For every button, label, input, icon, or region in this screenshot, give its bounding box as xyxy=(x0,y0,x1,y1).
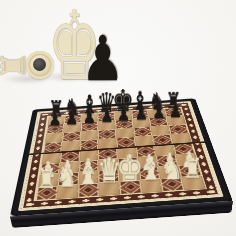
piece-glyph: ♜ xyxy=(170,155,215,182)
corner-rosette xyxy=(207,189,218,195)
corner-rosette xyxy=(40,113,48,117)
product-photo: ♜ ♚ ♟ ♜♞♝♛♚♝♞♜♟♟♟♟♟♟♟♟♟♟♟♟♟♟♟♟♜♞♝♛♚♝♞♜ xyxy=(0,0,236,236)
magnet-disc xyxy=(33,58,46,71)
loose-white-rook-lying: ♜ xyxy=(0,48,54,84)
corner-rosette xyxy=(23,201,33,208)
corner-rosette xyxy=(181,103,189,107)
chess-board: ♜♞♝♛♚♝♞♜♟♟♟♟♟♟♟♟♟♟♟♟♟♟♟♟♜♞♝♛♚♝♞♜ xyxy=(10,98,233,216)
loose-black-pawn: ♟ xyxy=(81,28,117,82)
